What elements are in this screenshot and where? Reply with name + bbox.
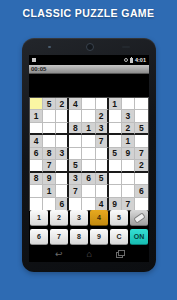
status-time: 4:01 <box>135 55 146 65</box>
sudoku-cell-given[interactable]: 5 <box>69 160 82 172</box>
sudoku-cell-given[interactable]: 6 <box>135 185 148 197</box>
sudoku-cell-given[interactable]: 8 <box>69 123 82 135</box>
page-title: CLASSIC PUZZLE GAME <box>0 7 177 19</box>
battery-icon <box>130 58 133 63</box>
phone-top-bezel <box>22 38 156 55</box>
key-6[interactable]: 6 <box>30 229 48 245</box>
sudoku-cell-given[interactable]: 2 <box>96 110 109 122</box>
key-3[interactable]: 3 <box>70 210 88 226</box>
timer-bar: 00:05 <box>29 65 149 74</box>
home-button[interactable]: ⌂ <box>87 247 92 262</box>
phone-screen: 4:01 00:05 52411238132547168359775289365… <box>29 55 149 262</box>
sudoku-cell-empty[interactable] <box>56 110 69 122</box>
sudoku-cell-given[interactable]: 5 <box>109 148 122 160</box>
sudoku-cell-empty[interactable] <box>43 135 56 147</box>
sudoku-cell-empty[interactable] <box>122 185 135 197</box>
sudoku-cell-given[interactable]: 2 <box>122 123 135 135</box>
back-button[interactable]: ↩ <box>55 247 63 262</box>
sudoku-cell-empty[interactable] <box>82 135 95 147</box>
sudoku-cell-empty[interactable] <box>43 110 56 122</box>
sudoku-cell-empty[interactable] <box>109 160 122 172</box>
sudoku-cell-given[interactable]: 4 <box>30 135 43 147</box>
game-timer: 00:05 <box>31 66 46 72</box>
key-2[interactable]: 2 <box>50 210 68 226</box>
key-1[interactable]: 1 <box>30 210 48 226</box>
keypad-row: 12345 <box>30 210 148 226</box>
sudoku-cell-given[interactable]: 3 <box>69 173 82 185</box>
key-4[interactable]: 4 <box>90 210 108 226</box>
sudoku-cell-given[interactable]: 7 <box>69 185 82 197</box>
sudoku-cell-given[interactable]: 1 <box>122 135 135 147</box>
sudoku-cell-empty[interactable] <box>122 160 135 172</box>
phone-mockup: 4:01 00:05 52411238132547168359775289365… <box>22 38 156 272</box>
sudoku-cell-empty[interactable] <box>69 198 82 210</box>
sudoku-cell-given[interactable]: 1 <box>30 110 43 122</box>
sudoku-cell-given[interactable]: 5 <box>135 123 148 135</box>
sudoku-cell-empty[interactable] <box>30 185 43 197</box>
key-9[interactable]: 9 <box>90 229 108 245</box>
sudoku-cell-empty[interactable] <box>43 123 56 135</box>
sudoku-cell-given[interactable]: 5 <box>43 98 56 110</box>
sudoku-cell-empty[interactable] <box>96 148 109 160</box>
keypad-row: 6789CON <box>30 229 148 245</box>
sudoku-cell-empty[interactable] <box>135 110 148 122</box>
sudoku-cell-given[interactable]: 6 <box>82 173 95 185</box>
sudoku-cell-empty[interactable] <box>30 123 43 135</box>
sudoku-cell-given[interactable]: 1 <box>82 123 95 135</box>
key-C[interactable]: C <box>110 229 128 245</box>
sudoku-cell-empty[interactable] <box>109 135 122 147</box>
sudoku-cell-empty[interactable] <box>69 110 82 122</box>
sudoku-cell-empty[interactable] <box>135 135 148 147</box>
sudoku-cell-empty[interactable] <box>56 123 69 135</box>
key-8[interactable]: 8 <box>70 229 88 245</box>
sudoku-cell-empty[interactable] <box>82 148 95 160</box>
sudoku-cell-empty[interactable] <box>69 135 82 147</box>
eraser-icon <box>133 212 145 223</box>
sudoku-cell-empty[interactable] <box>56 173 69 185</box>
sudoku-cell-empty[interactable] <box>109 185 122 197</box>
sudoku-cell-given[interactable]: 7 <box>122 198 135 210</box>
alarm-icon <box>124 58 128 62</box>
sudoku-cell-given[interactable]: 6 <box>30 148 43 160</box>
sudoku-cell-given[interactable]: 8 <box>30 173 43 185</box>
eraser-key[interactable] <box>130 210 148 226</box>
sudoku-cell-given[interactable]: 6 <box>56 198 69 210</box>
sudoku-cell-given[interactable]: 4 <box>69 98 82 110</box>
sudoku-cell-given[interactable]: 7 <box>135 148 148 160</box>
sudoku-cell-empty[interactable] <box>135 173 148 185</box>
sudoku-cell-given[interactable]: 7 <box>43 160 56 172</box>
sudoku-cell-given[interactable]: 3 <box>56 148 69 160</box>
status-bar-right: 4:01 <box>124 55 146 65</box>
sudoku-cell-given[interactable]: 9 <box>122 148 135 160</box>
key-7[interactable]: 7 <box>50 229 68 245</box>
sudoku-cell-given[interactable]: 2 <box>135 160 148 172</box>
sudoku-cell-empty[interactable] <box>96 185 109 197</box>
sudoku-cell-given[interactable]: 8 <box>43 148 56 160</box>
sudoku-cell-empty[interactable] <box>43 198 56 210</box>
sudoku-cell-empty[interactable] <box>82 198 95 210</box>
sudoku-cell-empty[interactable] <box>30 160 43 172</box>
sudoku-cell-empty[interactable] <box>109 123 122 135</box>
sudoku-board: 524112381325471683597752893651766497 <box>29 97 149 211</box>
sudoku-cell-given[interactable]: 3 <box>96 123 109 135</box>
sudoku-cell-empty[interactable] <box>135 98 148 110</box>
recents-icon <box>116 252 123 258</box>
sudoku-cell-empty[interactable] <box>82 98 95 110</box>
front-camera-icon <box>86 43 94 51</box>
earpiece-icon <box>122 46 130 48</box>
recents-button[interactable] <box>116 252 123 258</box>
sudoku-cell-given[interactable]: 7 <box>96 135 109 147</box>
sudoku-cell-empty[interactable] <box>96 160 109 172</box>
sudoku-cell-given[interactable]: 1 <box>43 185 56 197</box>
sudoku-cell-empty[interactable] <box>69 148 82 160</box>
sudoku-cell-empty[interactable] <box>56 135 69 147</box>
sudoku-cell-given[interactable]: 9 <box>43 173 56 185</box>
proximity-sensor-icon <box>48 46 51 48</box>
key-5[interactable]: 5 <box>110 210 128 226</box>
sudoku-cell-empty[interactable] <box>82 110 95 122</box>
key-ON[interactable]: ON <box>130 229 148 245</box>
notification-icon <box>32 58 36 62</box>
sudoku-cell-given[interactable]: 2 <box>56 98 69 110</box>
sudoku-cell-empty[interactable] <box>30 98 43 110</box>
keypad: 123456789CON <box>29 210 149 245</box>
sudoku-cell-given[interactable]: 9 <box>109 198 122 210</box>
status-bar: 4:01 <box>29 55 149 65</box>
sudoku-cell-given[interactable]: 3 <box>122 110 135 122</box>
sudoku-cell-empty[interactable] <box>109 173 122 185</box>
sudoku-cell-empty[interactable] <box>82 160 95 172</box>
sudoku-cell-empty[interactable] <box>82 185 95 197</box>
sudoku-cell-empty[interactable] <box>122 173 135 185</box>
sudoku-cell-empty[interactable] <box>56 160 69 172</box>
sudoku-cell-empty[interactable] <box>56 185 69 197</box>
sudoku-cell-empty[interactable] <box>135 198 148 210</box>
sudoku-cell-empty[interactable] <box>122 98 135 110</box>
sudoku-cell-given[interactable]: 5 <box>96 173 109 185</box>
android-nav-bar: ↩ ⌂ <box>29 247 149 262</box>
sudoku-cell-empty[interactable] <box>96 98 109 110</box>
sudoku-cell-empty[interactable] <box>30 198 43 210</box>
sudoku-cell-given[interactable]: 1 <box>109 98 122 110</box>
sudoku-cell-given[interactable]: 4 <box>96 198 109 210</box>
sudoku-cell-empty[interactable] <box>109 110 122 122</box>
